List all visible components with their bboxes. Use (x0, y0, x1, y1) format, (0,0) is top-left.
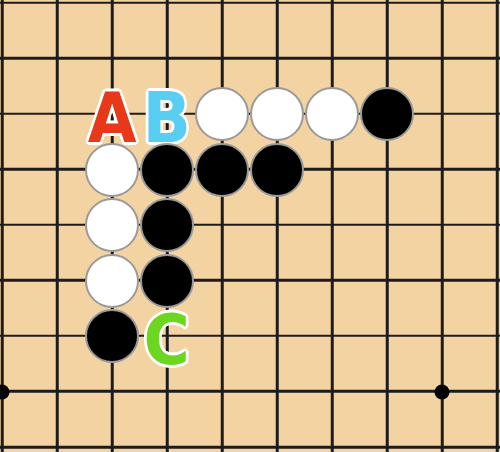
intersection[interactable] (360, 86, 415, 142)
intersection[interactable] (85, 0, 140, 31)
intersection[interactable] (30, 0, 85, 31)
intersection[interactable] (415, 0, 470, 31)
intersection[interactable] (30, 86, 85, 142)
intersection[interactable] (85, 253, 140, 309)
intersection[interactable] (0, 308, 30, 364)
intersection[interactable] (250, 253, 305, 309)
intersection[interactable] (470, 253, 500, 309)
intersection[interactable]: C (140, 308, 195, 364)
intersection[interactable] (30, 308, 85, 364)
intersection[interactable] (305, 197, 360, 253)
intersection[interactable] (415, 142, 470, 198)
intersection[interactable] (195, 253, 250, 309)
black-stone[interactable] (140, 198, 194, 252)
intersection[interactable]: A (85, 86, 140, 142)
intersection[interactable] (305, 364, 360, 420)
intersection[interactable] (30, 253, 85, 309)
intersection[interactable] (30, 142, 85, 198)
intersection[interactable] (250, 197, 305, 253)
intersection[interactable] (305, 86, 360, 142)
intersection[interactable] (250, 308, 305, 364)
intersection[interactable] (250, 419, 305, 452)
intersection[interactable] (0, 419, 30, 452)
black-stone[interactable] (195, 143, 249, 197)
intersection[interactable] (0, 86, 30, 142)
intersection[interactable] (250, 31, 305, 87)
intersection[interactable] (195, 0, 250, 31)
intersection[interactable] (140, 364, 195, 420)
intersection[interactable] (140, 419, 195, 452)
intersection[interactable] (360, 419, 415, 452)
board-intersections: ABC (0, 0, 500, 452)
intersection[interactable] (85, 142, 140, 198)
intersection[interactable] (250, 142, 305, 198)
intersection[interactable] (415, 308, 470, 364)
intersection[interactable] (0, 31, 30, 87)
intersection[interactable] (305, 253, 360, 309)
intersection[interactable] (360, 308, 415, 364)
intersection[interactable] (360, 253, 415, 309)
black-stone[interactable] (250, 143, 304, 197)
intersection[interactable] (305, 31, 360, 87)
white-stone[interactable] (85, 254, 139, 308)
intersection[interactable] (415, 419, 470, 452)
intersection[interactable] (85, 364, 140, 420)
intersection[interactable] (0, 364, 30, 420)
intersection[interactable] (360, 142, 415, 198)
intersection[interactable] (470, 308, 500, 364)
intersection[interactable] (30, 31, 85, 87)
go-board: ABC (0, 0, 500, 452)
intersection[interactable] (470, 31, 500, 87)
intersection[interactable] (305, 0, 360, 31)
intersection[interactable] (195, 419, 250, 452)
intersection[interactable] (140, 142, 195, 198)
intersection[interactable] (415, 31, 470, 87)
intersection[interactable] (30, 197, 85, 253)
intersection[interactable] (470, 0, 500, 31)
intersection[interactable] (30, 364, 85, 420)
intersection[interactable] (415, 253, 470, 309)
intersection[interactable] (140, 197, 195, 253)
intersection[interactable] (470, 419, 500, 452)
intersection[interactable] (305, 419, 360, 452)
intersection[interactable] (195, 86, 250, 142)
intersection[interactable] (195, 308, 250, 364)
white-stone[interactable] (195, 87, 249, 141)
intersection[interactable] (195, 142, 250, 198)
intersection[interactable] (305, 142, 360, 198)
intersection[interactable] (0, 142, 30, 198)
intersection[interactable] (360, 0, 415, 31)
black-stone[interactable] (85, 309, 139, 363)
intersection[interactable] (415, 197, 470, 253)
intersection[interactable] (470, 197, 500, 253)
intersection[interactable] (0, 253, 30, 309)
intersection[interactable] (360, 197, 415, 253)
intersection[interactable] (85, 419, 140, 452)
intersection[interactable] (85, 197, 140, 253)
intersection[interactable] (470, 142, 500, 198)
intersection[interactable] (360, 364, 415, 420)
black-stone[interactable] (140, 143, 194, 197)
black-stone[interactable] (360, 87, 414, 141)
intersection[interactable] (415, 86, 470, 142)
intersection[interactable] (305, 308, 360, 364)
intersection[interactable] (250, 86, 305, 142)
intersection[interactable] (85, 308, 140, 364)
white-stone[interactable] (250, 87, 304, 141)
intersection[interactable] (0, 197, 30, 253)
intersection[interactable] (470, 364, 500, 420)
intersection[interactable]: B (140, 86, 195, 142)
white-stone[interactable] (305, 87, 359, 141)
intersection[interactable] (250, 364, 305, 420)
white-stone[interactable] (85, 198, 139, 252)
intersection[interactable] (415, 364, 470, 420)
intersection[interactable] (470, 86, 500, 142)
intersection[interactable] (140, 0, 195, 31)
intersection[interactable] (195, 31, 250, 87)
intersection[interactable] (250, 0, 305, 31)
white-stone[interactable] (85, 143, 139, 197)
intersection[interactable] (360, 31, 415, 87)
intersection[interactable] (195, 364, 250, 420)
intersection[interactable] (0, 0, 30, 31)
intersection[interactable] (30, 419, 85, 452)
intersection[interactable] (195, 197, 250, 253)
